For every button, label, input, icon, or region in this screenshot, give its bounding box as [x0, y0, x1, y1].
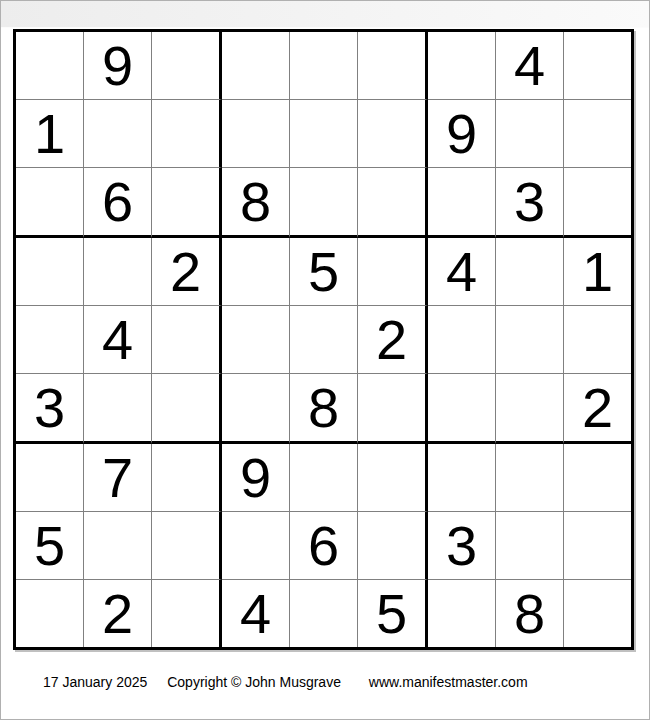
cell-r6c2[interactable] [84, 374, 152, 444]
cell-r7c4[interactable]: 9 [222, 444, 290, 512]
cell-r6c4[interactable] [222, 374, 290, 444]
cell-r7c1[interactable] [16, 444, 84, 512]
cell-r1c9[interactable] [564, 32, 631, 100]
cell-r3c3[interactable] [152, 168, 222, 238]
cell-r8c1[interactable]: 5 [16, 512, 84, 580]
cell-r1c2[interactable]: 9 [84, 32, 152, 100]
cell-r7c5[interactable] [290, 444, 358, 512]
cell-r1c3[interactable] [152, 32, 222, 100]
cell-r1c8[interactable]: 4 [496, 32, 564, 100]
cell-r8c5[interactable]: 6 [290, 512, 358, 580]
cell-r6c3[interactable] [152, 374, 222, 444]
cell-r3c6[interactable] [358, 168, 428, 238]
cell-r4c6[interactable] [358, 238, 428, 306]
cell-r2c3[interactable] [152, 100, 222, 168]
cell-r5c2[interactable]: 4 [84, 306, 152, 374]
cell-r9c3[interactable] [152, 580, 222, 647]
cell-r4c8[interactable] [496, 238, 564, 306]
cell-r2c4[interactable] [222, 100, 290, 168]
cell-r9c7[interactable] [428, 580, 496, 647]
cell-r9c2[interactable]: 2 [84, 580, 152, 647]
cell-r5c8[interactable] [496, 306, 564, 374]
page: 9419683254142382795632458 17 January 202… [0, 0, 650, 720]
cell-r2c2[interactable] [84, 100, 152, 168]
cell-r6c1[interactable]: 3 [16, 374, 84, 444]
cell-r4c3[interactable]: 2 [152, 238, 222, 306]
cell-r2c6[interactable] [358, 100, 428, 168]
sudoku-board: 9419683254142382795632458 [13, 29, 634, 650]
cell-r6c9[interactable]: 2 [564, 374, 631, 444]
cell-r7c9[interactable] [564, 444, 631, 512]
cell-r8c3[interactable] [152, 512, 222, 580]
cell-r7c8[interactable] [496, 444, 564, 512]
cell-r2c5[interactable] [290, 100, 358, 168]
cell-r6c8[interactable] [496, 374, 564, 444]
copyright-text: Copyright © John Musgrave [167, 674, 341, 690]
cell-r5c3[interactable] [152, 306, 222, 374]
cell-r7c6[interactable] [358, 444, 428, 512]
cell-r1c5[interactable] [290, 32, 358, 100]
cell-r7c2[interactable]: 7 [84, 444, 152, 512]
cell-r3c7[interactable] [428, 168, 496, 238]
cell-r5c1[interactable] [16, 306, 84, 374]
cell-r5c9[interactable] [564, 306, 631, 374]
cell-r6c7[interactable] [428, 374, 496, 444]
cell-r2c7[interactable]: 9 [428, 100, 496, 168]
cell-r5c5[interactable] [290, 306, 358, 374]
footer: 17 January 2025 Copyright © John Musgrav… [43, 674, 528, 690]
cell-r4c4[interactable] [222, 238, 290, 306]
cell-r4c2[interactable] [84, 238, 152, 306]
cell-r5c6[interactable]: 2 [358, 306, 428, 374]
cell-r8c8[interactable] [496, 512, 564, 580]
cell-r3c8[interactable]: 3 [496, 168, 564, 238]
cell-r4c7[interactable]: 4 [428, 238, 496, 306]
cell-r7c3[interactable] [152, 444, 222, 512]
cell-r3c9[interactable] [564, 168, 631, 238]
cell-r6c5[interactable]: 8 [290, 374, 358, 444]
cell-r8c2[interactable] [84, 512, 152, 580]
cell-r9c8[interactable]: 8 [496, 580, 564, 647]
website-url: www.manifestmaster.com [369, 674, 528, 690]
cell-r9c9[interactable] [564, 580, 631, 647]
cell-r6c6[interactable] [358, 374, 428, 444]
cell-r5c4[interactable] [222, 306, 290, 374]
cell-r8c7[interactable]: 3 [428, 512, 496, 580]
cell-r3c5[interactable] [290, 168, 358, 238]
cell-r3c1[interactable] [16, 168, 84, 238]
cell-r4c5[interactable]: 5 [290, 238, 358, 306]
cell-r1c7[interactable] [428, 32, 496, 100]
cell-r5c7[interactable] [428, 306, 496, 374]
cell-r9c5[interactable] [290, 580, 358, 647]
cell-r8c9[interactable] [564, 512, 631, 580]
cell-r2c1[interactable]: 1 [16, 100, 84, 168]
cell-r7c7[interactable] [428, 444, 496, 512]
cell-r9c6[interactable]: 5 [358, 580, 428, 647]
top-band [1, 1, 649, 28]
cell-r9c1[interactable] [16, 580, 84, 647]
cell-r1c1[interactable] [16, 32, 84, 100]
cell-r8c4[interactable] [222, 512, 290, 580]
cell-r3c2[interactable]: 6 [84, 168, 152, 238]
cell-r8c6[interactable] [358, 512, 428, 580]
cell-r1c4[interactable] [222, 32, 290, 100]
cell-r4c9[interactable]: 1 [564, 238, 631, 306]
cell-r1c6[interactable] [358, 32, 428, 100]
cell-r4c1[interactable] [16, 238, 84, 306]
cell-r9c4[interactable]: 4 [222, 580, 290, 647]
cell-r2c8[interactable] [496, 100, 564, 168]
cell-r2c9[interactable] [564, 100, 631, 168]
puzzle-date: 17 January 2025 [43, 674, 147, 690]
cell-r3c4[interactable]: 8 [222, 168, 290, 238]
